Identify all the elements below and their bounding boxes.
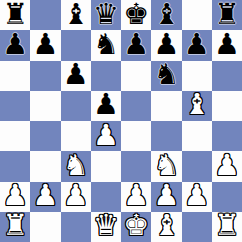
square-b6[interactable] xyxy=(30,61,60,91)
white-pawn[interactable]: ♟ xyxy=(153,182,179,211)
square-e1[interactable]: ♚ xyxy=(121,212,151,242)
square-e5[interactable] xyxy=(121,91,151,121)
square-g2[interactable]: ♟ xyxy=(182,182,212,212)
black-knight[interactable]: ♞ xyxy=(153,61,179,90)
white-pawn[interactable]: ♟ xyxy=(63,182,89,211)
white-rook[interactable]: ♜ xyxy=(214,212,240,241)
white-pawn[interactable]: ♟ xyxy=(93,121,119,150)
square-f2[interactable]: ♟ xyxy=(151,182,181,212)
square-c1[interactable] xyxy=(61,212,91,242)
square-g4[interactable] xyxy=(182,121,212,151)
black-knight[interactable]: ♞ xyxy=(93,30,119,59)
square-b8[interactable] xyxy=(30,0,60,30)
square-b2[interactable]: ♟ xyxy=(30,182,60,212)
square-b3[interactable] xyxy=(30,151,60,181)
white-queen[interactable]: ♛ xyxy=(93,212,119,241)
square-d2[interactable] xyxy=(91,182,121,212)
square-e7[interactable]: ♟ xyxy=(121,30,151,60)
white-bishop[interactable]: ♝ xyxy=(184,91,210,120)
white-pawn[interactable]: ♟ xyxy=(214,151,240,180)
square-f6[interactable]: ♞ xyxy=(151,61,181,91)
square-f3[interactable]: ♞ xyxy=(151,151,181,181)
square-h5[interactable] xyxy=(212,91,242,121)
square-h2[interactable] xyxy=(212,182,242,212)
square-a1[interactable]: ♜ xyxy=(0,212,30,242)
square-a5[interactable] xyxy=(0,91,30,121)
square-e4[interactable] xyxy=(121,121,151,151)
square-e8[interactable]: ♚ xyxy=(121,0,151,30)
square-c5[interactable] xyxy=(61,91,91,121)
black-bishop[interactable]: ♝ xyxy=(63,0,89,29)
black-king[interactable]: ♚ xyxy=(123,0,149,29)
black-rook[interactable]: ♜ xyxy=(2,0,28,29)
square-b7[interactable]: ♟ xyxy=(30,30,60,60)
white-knight[interactable]: ♞ xyxy=(153,151,179,180)
square-f1[interactable]: ♝ xyxy=(151,212,181,242)
black-rook[interactable]: ♜ xyxy=(214,0,240,29)
white-bishop[interactable]: ♝ xyxy=(153,212,179,241)
black-pawn[interactable]: ♟ xyxy=(214,30,240,59)
square-h4[interactable] xyxy=(212,121,242,151)
square-g8[interactable] xyxy=(182,0,212,30)
square-c7[interactable] xyxy=(61,30,91,60)
square-c4[interactable] xyxy=(61,121,91,151)
square-g1[interactable] xyxy=(182,212,212,242)
square-a3[interactable] xyxy=(0,151,30,181)
white-king[interactable]: ♚ xyxy=(123,212,149,241)
square-d3[interactable] xyxy=(91,151,121,181)
square-d5[interactable]: ♟ xyxy=(91,91,121,121)
square-f7[interactable]: ♟ xyxy=(151,30,181,60)
square-e2[interactable]: ♟ xyxy=(121,182,151,212)
square-c3[interactable]: ♞ xyxy=(61,151,91,181)
square-d8[interactable]: ♛ xyxy=(91,0,121,30)
square-d1[interactable]: ♛ xyxy=(91,212,121,242)
square-a7[interactable]: ♟ xyxy=(0,30,30,60)
square-h7[interactable]: ♟ xyxy=(212,30,242,60)
square-e3[interactable] xyxy=(121,151,151,181)
square-h3[interactable]: ♟ xyxy=(212,151,242,181)
square-a4[interactable] xyxy=(0,121,30,151)
black-pawn[interactable]: ♟ xyxy=(2,30,28,59)
square-h6[interactable] xyxy=(212,61,242,91)
square-c8[interactable]: ♝ xyxy=(61,0,91,30)
square-c6[interactable]: ♟ xyxy=(61,61,91,91)
white-pawn[interactable]: ♟ xyxy=(32,182,58,211)
square-g6[interactable] xyxy=(182,61,212,91)
square-f5[interactable] xyxy=(151,91,181,121)
square-h1[interactable]: ♜ xyxy=(212,212,242,242)
square-g7[interactable]: ♟ xyxy=(182,30,212,60)
square-b4[interactable] xyxy=(30,121,60,151)
white-rook[interactable]: ♜ xyxy=(2,212,28,241)
square-d4[interactable]: ♟ xyxy=(91,121,121,151)
square-a6[interactable] xyxy=(0,61,30,91)
square-a8[interactable]: ♜ xyxy=(0,0,30,30)
black-pawn[interactable]: ♟ xyxy=(32,30,58,59)
white-knight[interactable]: ♞ xyxy=(63,151,89,180)
square-a2[interactable]: ♟ xyxy=(0,182,30,212)
square-d6[interactable] xyxy=(91,61,121,91)
square-f4[interactable] xyxy=(151,121,181,151)
white-pawn[interactable]: ♟ xyxy=(123,182,149,211)
square-c2[interactable]: ♟ xyxy=(61,182,91,212)
black-pawn[interactable]: ♟ xyxy=(153,30,179,59)
black-bishop[interactable]: ♝ xyxy=(153,0,179,29)
chess-board: ♜♝♛♚♝♜♟♟♞♟♟♟♟♟♞♟♝♟♞♞♟♟♟♟♟♟♟♜♛♚♝♜ xyxy=(0,0,242,242)
square-b1[interactable] xyxy=(30,212,60,242)
white-pawn[interactable]: ♟ xyxy=(184,182,210,211)
square-h8[interactable]: ♜ xyxy=(212,0,242,30)
square-g5[interactable]: ♝ xyxy=(182,91,212,121)
square-g3[interactable] xyxy=(182,151,212,181)
black-pawn[interactable]: ♟ xyxy=(93,91,119,120)
black-pawn[interactable]: ♟ xyxy=(123,30,149,59)
square-b5[interactable] xyxy=(30,91,60,121)
square-d7[interactable]: ♞ xyxy=(91,30,121,60)
black-pawn[interactable]: ♟ xyxy=(63,61,89,90)
black-pawn[interactable]: ♟ xyxy=(184,30,210,59)
white-pawn[interactable]: ♟ xyxy=(2,182,28,211)
square-e6[interactable] xyxy=(121,61,151,91)
square-f8[interactable]: ♝ xyxy=(151,0,181,30)
black-queen[interactable]: ♛ xyxy=(93,0,119,29)
